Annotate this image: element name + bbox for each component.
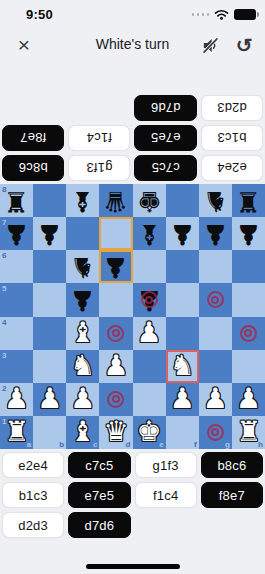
square-c5[interactable]: ♟ [66, 283, 99, 316]
square-e2[interactable] [133, 383, 166, 416]
square-a5[interactable]: 5 [0, 283, 33, 316]
white-pawn: ♟ [37, 385, 62, 413]
square-a2[interactable]: 2♟ [0, 383, 33, 416]
file-label-a: a [27, 440, 31, 449]
square-c7[interactable] [66, 217, 99, 250]
rank-label-4: 4 [2, 318, 6, 327]
square-d6[interactable]: ♟ [99, 250, 132, 283]
black-pawn: ♟ [4, 220, 29, 248]
square-f2[interactable]: ♟ [166, 383, 199, 416]
square-b8[interactable] [33, 184, 66, 217]
move-button-e2e4-opponent[interactable]: e2e4 [201, 155, 263, 181]
move-hint-ring [199, 416, 232, 449]
square-h2[interactable]: ♟ [232, 383, 265, 416]
header: × White's turn ↺ [0, 30, 265, 58]
clock-time: 9:50 [26, 7, 53, 22]
mute-icon [201, 36, 220, 55]
black-queen: ♛ [103, 187, 128, 215]
square-g7[interactable]: ♟ [199, 217, 232, 250]
square-f5[interactable] [166, 283, 199, 316]
move-button-g1f3[interactable]: g1f3 [135, 452, 197, 478]
square-c6[interactable]: ♞ [66, 250, 99, 283]
square-g5[interactable] [199, 283, 232, 316]
move-hint-ring [232, 317, 265, 350]
square-b1[interactable]: b [33, 416, 66, 449]
square-h3[interactable] [232, 350, 265, 383]
white-pawn: ♟ [137, 319, 162, 347]
page-title: White's turn [0, 36, 265, 52]
move-hint-ring [99, 383, 132, 416]
move-button-e7e5[interactable]: e7e5 [68, 482, 130, 508]
square-a1[interactable]: 1a♜ [0, 416, 33, 449]
square-c2[interactable]: ♟ [66, 383, 99, 416]
file-label-e: e [159, 440, 163, 449]
move-grid-player: e2e4c7c5g1f3b8c6b1c3e7e5f1c4f8e7d2d3d7d6 [2, 452, 263, 538]
home-indicator [86, 564, 180, 569]
move-button-e2e4[interactable]: e2e4 [2, 452, 64, 478]
square-b5[interactable] [33, 283, 66, 316]
square-h5[interactable] [232, 283, 265, 316]
white-pawn: ♟ [70, 385, 95, 413]
square-f7[interactable]: ♟ [166, 217, 199, 250]
square-e8[interactable]: ♚ [133, 184, 166, 217]
file-label-d: d [126, 440, 131, 449]
square-f4[interactable] [166, 317, 199, 350]
move-grid-opponent: e2e4c7c5g1f3b8c6b1c3e7e5f1c4f8e7d2d3d7d6 [2, 95, 263, 181]
square-f1[interactable]: f [166, 416, 199, 449]
square-b3[interactable] [33, 350, 66, 383]
square-c1[interactable]: c♝ [66, 416, 99, 449]
square-f8[interactable] [166, 184, 199, 217]
move-button-f8e7[interactable]: f8e7 [201, 482, 263, 508]
square-g8[interactable]: ♞ [199, 184, 232, 217]
square-h4[interactable] [232, 317, 265, 350]
square-b7[interactable]: ♟ [33, 217, 66, 250]
square-d3[interactable]: ♟ [99, 350, 132, 383]
status-icons [192, 9, 256, 20]
file-label-f: f [194, 440, 197, 449]
black-pawn: ♟ [236, 220, 261, 248]
black-king: ♚ [137, 187, 162, 215]
square-e1[interactable]: e♚ [133, 416, 166, 449]
black-pawn: ♟ [203, 220, 228, 248]
square-d8[interactable]: ♛ [99, 184, 132, 217]
file-label-c: c [93, 440, 97, 449]
black-pawn: ♟ [37, 220, 62, 248]
white-knight: ♞ [170, 352, 195, 380]
move-button-d7d6-opponent[interactable]: d7d6 [135, 95, 197, 121]
square-d5[interactable] [99, 283, 132, 316]
move-button-d7d6[interactable]: d7d6 [68, 512, 130, 538]
square-g4[interactable] [199, 317, 232, 350]
mute-button[interactable] [199, 34, 221, 56]
move-button-d2d3-opponent[interactable]: d2d3 [201, 95, 263, 121]
move-button-f8e7-opponent[interactable]: f8e7 [2, 125, 64, 151]
rank-label-7: 7 [2, 218, 6, 227]
square-d7[interactable] [99, 217, 132, 250]
rank-label-6: 6 [2, 251, 6, 260]
square-f3[interactable]: ♞ [166, 350, 199, 383]
move-button-b8c6-opponent[interactable]: b8c6 [2, 155, 64, 181]
square-c8[interactable]: ♝ [66, 184, 99, 217]
black-bishop: ♝ [70, 187, 95, 215]
square-g6[interactable] [199, 250, 232, 283]
square-d1[interactable]: d♛ [99, 416, 132, 449]
rank-label-8: 8 [2, 185, 6, 194]
file-label-b: b [59, 440, 64, 449]
rank-label-2: 2 [2, 384, 6, 393]
square-d2[interactable] [99, 383, 132, 416]
move-button-f1c4[interactable]: f1c4 [135, 482, 197, 508]
square-h8[interactable]: ♜ [232, 184, 265, 217]
move-button-f1c4-opponent[interactable]: f1c4 [68, 125, 130, 151]
black-pawn: ♟ [170, 220, 195, 248]
square-g3[interactable] [199, 350, 232, 383]
reset-icon: ↺ [236, 34, 253, 57]
white-bishop: ♝ [70, 319, 95, 347]
rank-label-1: 1 [2, 417, 6, 426]
square-e4[interactable]: ♟ [133, 317, 166, 350]
square-h7[interactable]: ♟ [232, 217, 265, 250]
square-c4[interactable]: ♝ [66, 317, 99, 350]
square-a3[interactable]: 3 [0, 350, 33, 383]
square-b4[interactable] [33, 317, 66, 350]
square-b6[interactable] [33, 250, 66, 283]
black-knight: ♞ [203, 187, 228, 215]
black-bishop: ♝ [137, 220, 162, 248]
rank-label-5: 5 [2, 284, 6, 293]
move-button-b1c3[interactable]: b1c3 [2, 482, 64, 508]
square-a4[interactable]: 4 [0, 317, 33, 350]
move-button-b1c3-opponent[interactable]: b1c3 [201, 125, 263, 151]
white-pawn: ♟ [4, 385, 29, 413]
square-h1[interactable]: h♜ [232, 416, 265, 449]
status-bar: 9:50 [0, 0, 265, 28]
square-c3[interactable]: ♞ [66, 350, 99, 383]
file-label-h: h [258, 440, 263, 449]
move-hint-ring [99, 317, 132, 350]
square-a6[interactable]: 6 [0, 250, 33, 283]
white-rook: ♜ [4, 418, 29, 446]
wifi-icon [214, 9, 229, 20]
square-a7[interactable]: 7♟ [0, 217, 33, 250]
black-pawn: ♟ [103, 253, 128, 281]
white-pawn: ♟ [170, 385, 195, 413]
move-hint-ring [199, 283, 232, 316]
square-g1[interactable]: g [199, 416, 232, 449]
square-e6[interactable] [133, 250, 166, 283]
battery-icon [234, 9, 256, 20]
square-d4[interactable] [99, 317, 132, 350]
square-a8[interactable]: 8♜ [0, 184, 33, 217]
square-h6[interactable] [232, 250, 265, 283]
rank-label-3: 3 [2, 351, 6, 360]
move-button-c7c5-opponent[interactable]: c7c5 [135, 155, 197, 181]
square-e7[interactable]: ♝ [133, 217, 166, 250]
white-bishop: ♝ [70, 418, 95, 446]
move-button-e7e5-opponent[interactable]: e7e5 [135, 125, 197, 151]
black-rook: ♜ [236, 187, 261, 215]
cellular-signal-icon [192, 13, 209, 15]
black-pawn: ♟ [70, 286, 95, 314]
white-pawn: ♟ [103, 352, 128, 380]
white-pawn: ♟ [203, 385, 228, 413]
move-button-b8c6[interactable]: b8c6 [201, 452, 263, 478]
white-king: ♚ [137, 418, 162, 446]
reset-button[interactable]: ↺ [232, 34, 255, 56]
black-rook: ♜ [4, 187, 29, 215]
black-knight: ♞ [70, 253, 95, 281]
square-b2[interactable]: ♟ [33, 383, 66, 416]
square-e3[interactable] [133, 350, 166, 383]
move-button-g1f3-opponent[interactable]: g1f3 [68, 155, 130, 181]
square-g2[interactable]: ♟ [199, 383, 232, 416]
move-hint-ring [133, 283, 166, 316]
move-button-c7c5[interactable]: c7c5 [68, 452, 130, 478]
white-pawn: ♟ [236, 385, 261, 413]
white-knight: ♞ [70, 352, 95, 380]
square-e5[interactable]: ♟ [133, 283, 166, 316]
move-button-d2d3[interactable]: d2d3 [2, 512, 64, 538]
square-f6[interactable] [166, 250, 199, 283]
chess-board: 8♜♝♛♚♞♜7♟♟♝♟♟♟6♞♟5♟♟4♝♟3♞♟♞2♟♟♟♟♟♟1a♜bc♝… [0, 184, 265, 449]
